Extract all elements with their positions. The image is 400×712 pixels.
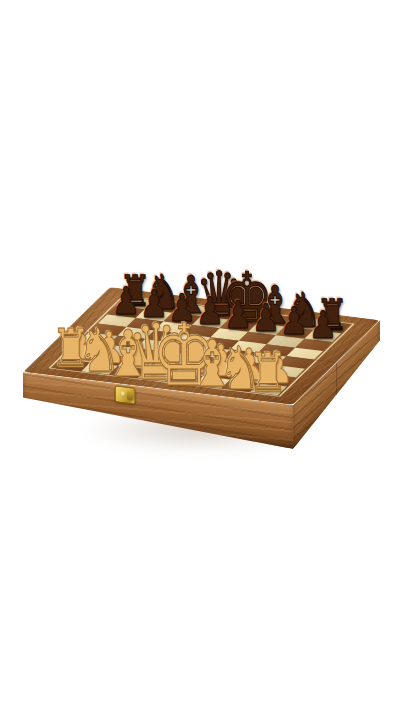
product-photo: ♜♞♝♛♚♝♞♜♟♟♟♟♟♟♟♟♟♟♟♟♟♟♟♟♜♞♝♛♚♝♞♜ [0,0,400,712]
clasp-knob [121,391,126,398]
clasp-hasp [127,391,133,401]
brass-clasp [115,385,136,405]
